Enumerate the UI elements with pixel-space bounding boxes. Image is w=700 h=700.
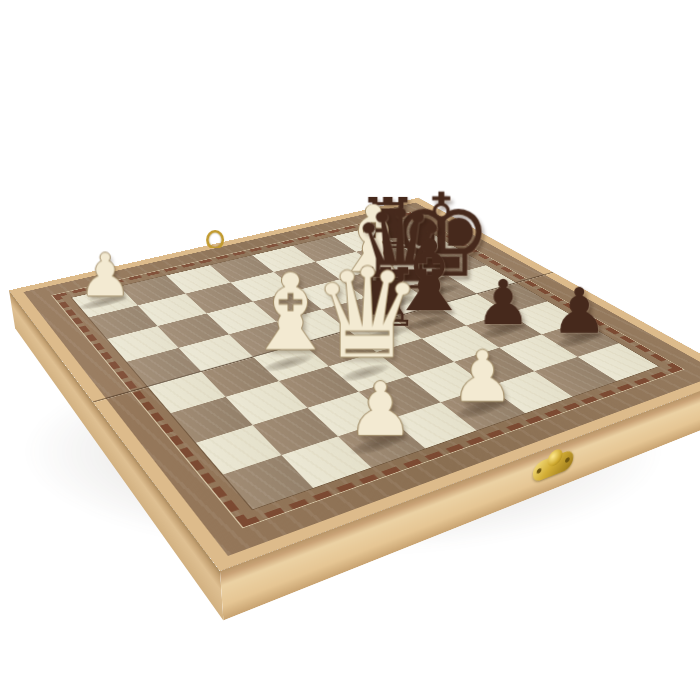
- product-photo-scene: ♟♜♝♛♚♝♜♝♛♟♟♟♟: [0, 0, 700, 700]
- dark-pawn-glyph: ♟: [475, 272, 531, 334]
- white-pawn-glyph: ♟: [78, 246, 131, 305]
- white-pawn-glyph: ♟: [348, 373, 414, 447]
- white-queen-glyph: ♛: [312, 251, 423, 375]
- brass-ring-icon: [206, 230, 224, 250]
- white-pawn-glyph: ♟: [451, 342, 514, 412]
- dark-pawn-glyph: ♟: [551, 280, 607, 343]
